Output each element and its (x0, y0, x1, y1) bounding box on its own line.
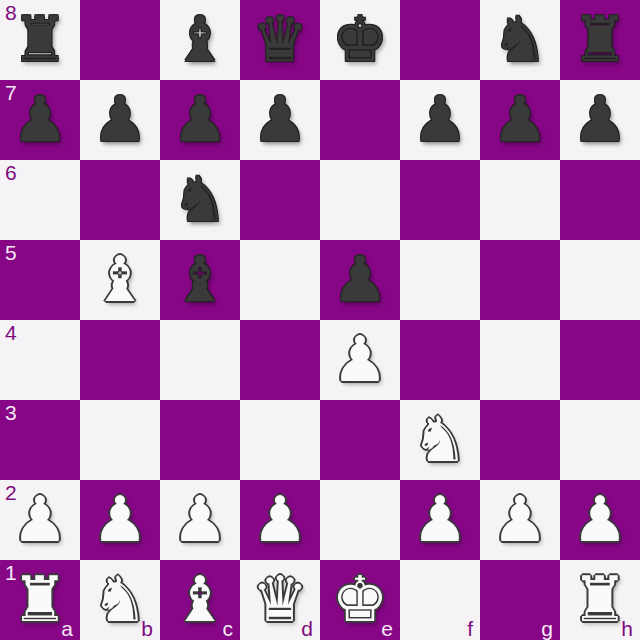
square-d8[interactable]: ♛ (240, 0, 320, 80)
square-h8[interactable]: ♜ (560, 0, 640, 80)
square-e8[interactable]: ♚ (320, 0, 400, 80)
square-h1[interactable]: h♜ (560, 560, 640, 640)
piece-black-pawn-c7[interactable]: ♟ (160, 80, 240, 160)
square-e4[interactable]: ♟ (320, 320, 400, 400)
square-d3[interactable] (240, 400, 320, 480)
square-a6[interactable]: 6 (0, 160, 80, 240)
square-c5[interactable]: ♝ (160, 240, 240, 320)
piece-white-pawn-c2[interactable]: ♟ (160, 480, 240, 560)
piece-white-pawn-h2[interactable]: ♟ (560, 480, 640, 560)
square-d7[interactable]: ♟ (240, 80, 320, 160)
piece-black-rook-h8[interactable]: ♜ (560, 0, 640, 80)
square-c7[interactable]: ♟ (160, 80, 240, 160)
rank-label-3: 3 (5, 401, 17, 425)
piece-white-bishop-c1[interactable]: ♝ (160, 560, 240, 640)
square-a2[interactable]: 2♟ (0, 480, 80, 560)
square-h5[interactable] (560, 240, 640, 320)
square-a8[interactable]: 8♜ (0, 0, 80, 80)
square-g6[interactable] (480, 160, 560, 240)
piece-black-pawn-a7[interactable]: ♟ (0, 80, 80, 160)
square-e3[interactable] (320, 400, 400, 480)
piece-black-rook-a8[interactable]: ♜ (0, 0, 80, 80)
square-e6[interactable] (320, 160, 400, 240)
square-c2[interactable]: ♟ (160, 480, 240, 560)
square-f1[interactable]: f (400, 560, 480, 640)
file-label-f: f (467, 617, 473, 640)
square-b3[interactable] (80, 400, 160, 480)
square-b5[interactable]: ♝ (80, 240, 160, 320)
piece-white-pawn-d2[interactable]: ♟ (240, 480, 320, 560)
square-d5[interactable] (240, 240, 320, 320)
square-f8[interactable] (400, 0, 480, 80)
piece-black-pawn-f7[interactable]: ♟ (400, 80, 480, 160)
piece-black-pawn-e5[interactable]: ♟ (320, 240, 400, 320)
square-b7[interactable]: ♟ (80, 80, 160, 160)
square-h2[interactable]: ♟ (560, 480, 640, 560)
square-a3[interactable]: 3 (0, 400, 80, 480)
square-d2[interactable]: ♟ (240, 480, 320, 560)
square-a1[interactable]: 1a♜ (0, 560, 80, 640)
piece-white-pawn-e4[interactable]: ♟ (320, 320, 400, 400)
square-a5[interactable]: 5 (0, 240, 80, 320)
piece-white-knight-f3[interactable]: ♞ (400, 400, 480, 480)
square-e7[interactable] (320, 80, 400, 160)
square-h6[interactable] (560, 160, 640, 240)
square-c4[interactable] (160, 320, 240, 400)
rank-label-5: 5 (5, 241, 17, 265)
square-b6[interactable] (80, 160, 160, 240)
square-e5[interactable]: ♟ (320, 240, 400, 320)
chess-board: 8♜♝♛♚♞♜7♟♟♟♟♟♟♟6♞5♝♝♟4♟3♞2♟♟♟♟♟♟♟1a♜b♞c♝… (0, 0, 640, 640)
piece-black-queen-d8[interactable]: ♛ (240, 0, 320, 80)
square-f2[interactable]: ♟ (400, 480, 480, 560)
piece-black-knight-c6[interactable]: ♞ (160, 160, 240, 240)
piece-white-pawn-g2[interactable]: ♟ (480, 480, 560, 560)
square-c6[interactable]: ♞ (160, 160, 240, 240)
piece-black-king-e8[interactable]: ♚ (320, 0, 400, 80)
piece-black-knight-g8[interactable]: ♞ (480, 0, 560, 80)
piece-white-knight-b1[interactable]: ♞ (80, 560, 160, 640)
square-f5[interactable] (400, 240, 480, 320)
square-g7[interactable]: ♟ (480, 80, 560, 160)
square-f3[interactable]: ♞ (400, 400, 480, 480)
square-b4[interactable] (80, 320, 160, 400)
square-g4[interactable] (480, 320, 560, 400)
square-f4[interactable] (400, 320, 480, 400)
square-b8[interactable] (80, 0, 160, 80)
piece-black-pawn-h7[interactable]: ♟ (560, 80, 640, 160)
piece-white-queen-d1[interactable]: ♛ (240, 560, 320, 640)
piece-black-pawn-b7[interactable]: ♟ (80, 80, 160, 160)
square-f6[interactable] (400, 160, 480, 240)
square-f7[interactable]: ♟ (400, 80, 480, 160)
square-e2[interactable] (320, 480, 400, 560)
square-d1[interactable]: d♛ (240, 560, 320, 640)
square-h7[interactable]: ♟ (560, 80, 640, 160)
piece-black-bishop-c8[interactable]: ♝ (160, 0, 240, 80)
piece-white-pawn-a2[interactable]: ♟ (0, 480, 80, 560)
piece-white-rook-h1[interactable]: ♜ (560, 560, 640, 640)
file-label-g: g (541, 617, 553, 640)
piece-black-pawn-g7[interactable]: ♟ (480, 80, 560, 160)
square-e1[interactable]: e♚ (320, 560, 400, 640)
square-g3[interactable] (480, 400, 560, 480)
square-g1[interactable]: g (480, 560, 560, 640)
square-c8[interactable]: ♝ (160, 0, 240, 80)
square-d4[interactable] (240, 320, 320, 400)
square-g8[interactable]: ♞ (480, 0, 560, 80)
square-d6[interactable] (240, 160, 320, 240)
piece-white-king-e1[interactable]: ♚ (320, 560, 400, 640)
piece-white-pawn-f2[interactable]: ♟ (400, 480, 480, 560)
square-g5[interactable] (480, 240, 560, 320)
square-a7[interactable]: 7♟ (0, 80, 80, 160)
square-b2[interactable]: ♟ (80, 480, 160, 560)
square-a4[interactable]: 4 (0, 320, 80, 400)
square-c1[interactable]: c♝ (160, 560, 240, 640)
square-c3[interactable] (160, 400, 240, 480)
rank-label-6: 6 (5, 161, 17, 185)
square-b1[interactable]: b♞ (80, 560, 160, 640)
piece-white-bishop-b5[interactable]: ♝ (80, 240, 160, 320)
square-g2[interactable]: ♟ (480, 480, 560, 560)
rank-label-4: 4 (5, 321, 17, 345)
square-h3[interactable] (560, 400, 640, 480)
piece-white-rook-a1[interactable]: ♜ (0, 560, 80, 640)
piece-black-pawn-d7[interactable]: ♟ (240, 80, 320, 160)
piece-black-bishop-c5[interactable]: ♝ (160, 240, 240, 320)
square-h4[interactable] (560, 320, 640, 400)
piece-white-pawn-b2[interactable]: ♟ (80, 480, 160, 560)
